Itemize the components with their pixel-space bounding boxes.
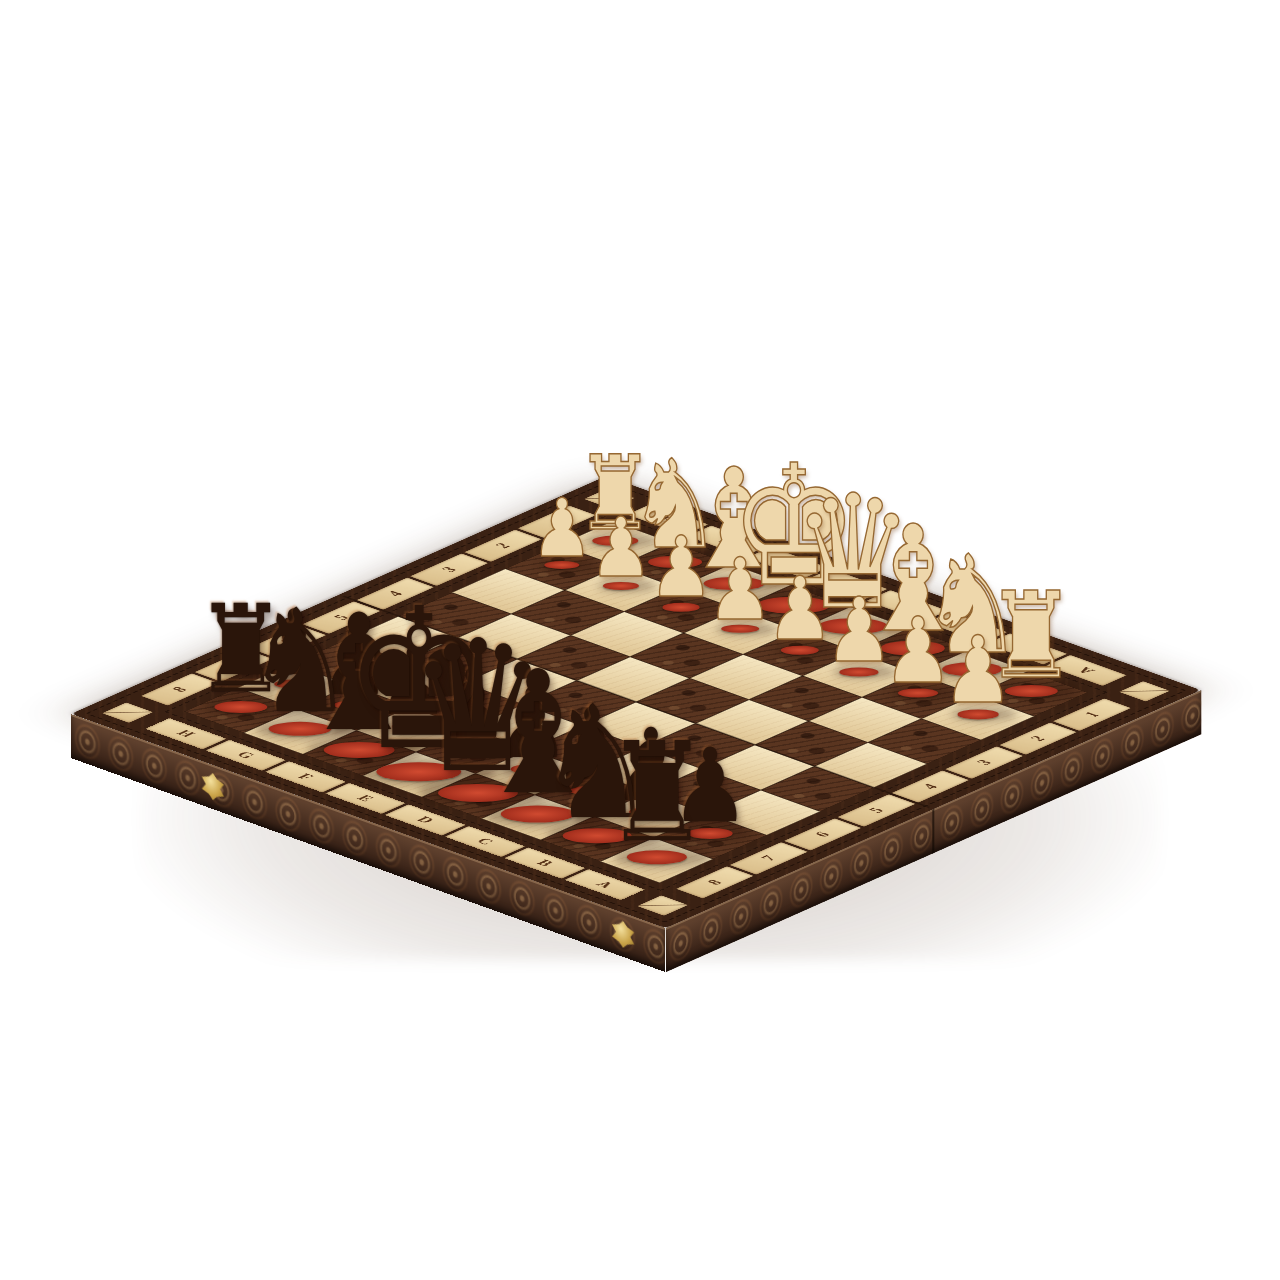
file-label-h: H: [627, 504, 708, 535]
brass-clasp-icon: [202, 769, 224, 804]
square-d5: [582, 702, 695, 747]
square-a6: [707, 790, 820, 835]
rank-label-6: 6: [249, 625, 327, 657]
square-h4: [398, 592, 511, 637]
square-e1: [737, 585, 850, 630]
square-d4: [636, 678, 749, 723]
frame-corner-tile: [584, 488, 635, 508]
square-d6: [529, 726, 642, 771]
file-label-g: G: [687, 525, 768, 556]
rank-label-3: 3: [410, 553, 488, 585]
brass-clasp-icon: [612, 917, 634, 952]
square-e4: [577, 657, 690, 702]
square-b5: [701, 745, 814, 790]
square-g6: [351, 662, 464, 707]
file-label-b: B: [986, 633, 1067, 664]
square-b2: [862, 673, 975, 718]
square-f1: [678, 564, 791, 609]
square-b3: [808, 697, 921, 742]
square-b7: [594, 792, 707, 837]
fold-seam-top: [343, 596, 931, 808]
rank-label-8: 8: [141, 673, 219, 705]
square-e3: [630, 633, 743, 678]
square-d3: [690, 654, 803, 699]
square-c6: [588, 747, 701, 792]
square-f2: [624, 588, 737, 633]
square-e6: [469, 704, 582, 749]
square-c5: [642, 723, 755, 768]
frame-corner-tile: [102, 702, 153, 722]
square-h5: [345, 616, 458, 661]
square-g3: [511, 590, 624, 635]
square-b1: [915, 650, 1028, 695]
square-c2: [803, 652, 916, 697]
file-label-a: A: [1046, 655, 1127, 686]
square-f3: [571, 612, 684, 657]
square-c1: [856, 628, 969, 673]
square-e7: [416, 728, 529, 773]
square-e8: [362, 752, 475, 797]
square-e5: [523, 681, 636, 726]
fold-seam: [932, 809, 934, 854]
file-labels-far: HGFEDCBA: [627, 504, 1127, 686]
rank-label-1: 1: [518, 506, 596, 538]
square-g8: [244, 709, 357, 754]
square-c7: [535, 771, 648, 816]
square-h7: [238, 664, 351, 709]
square-h2: [505, 545, 618, 590]
square-d1: [797, 607, 910, 652]
square-d7: [475, 750, 588, 795]
square-a4: [814, 742, 927, 787]
square-a2: [921, 695, 1034, 740]
frame-corner-tile: [1119, 681, 1170, 701]
square-f4: [517, 635, 630, 680]
square-a1: [975, 671, 1088, 716]
square-a8: [600, 838, 713, 883]
square-b4: [755, 721, 868, 766]
square-e2: [684, 609, 797, 654]
product-photo-stage: HGFEDCBA HGFEDCBA 12345678 12345678 ♜♞♝♚…: [0, 0, 1280, 1280]
square-c3: [749, 676, 862, 721]
file-label-c: C: [926, 612, 1007, 643]
square-h1: [559, 521, 672, 566]
square-c8: [481, 795, 594, 840]
square-f7: [357, 707, 470, 752]
square-h6: [291, 640, 404, 685]
square-a3: [868, 719, 981, 764]
square-a5: [761, 766, 874, 811]
square-g7: [297, 685, 410, 730]
square-g1: [618, 543, 731, 588]
square-f8: [303, 731, 416, 776]
rank-label-2: 2: [464, 529, 542, 561]
square-g4: [458, 614, 571, 659]
frame-corner-tile: [637, 895, 688, 915]
file-label-e: E: [807, 569, 888, 600]
square-f5: [464, 659, 577, 704]
square-h8: [184, 688, 297, 733]
square-g2: [565, 566, 678, 611]
square-f6: [410, 683, 523, 728]
square-a7: [654, 814, 767, 859]
square-d2: [743, 631, 856, 676]
square-d8: [422, 773, 535, 818]
square-b6: [648, 769, 761, 814]
rank-label-7: 7: [195, 649, 273, 681]
file-label-d: D: [866, 590, 947, 621]
square-c4: [695, 700, 808, 745]
file-label-f: F: [747, 547, 828, 578]
square-g5: [404, 638, 517, 683]
square-b8: [541, 816, 654, 861]
square-h3: [452, 569, 565, 614]
